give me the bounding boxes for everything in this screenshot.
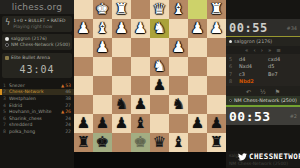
square[interactable]: ♜	[74, 133, 93, 152]
nav-last-icon[interactable]: »	[268, 47, 271, 53]
square[interactable]	[131, 76, 150, 95]
white-move[interactable]: Nxd4	[239, 63, 268, 69]
standings-score: 53	[65, 83, 71, 88]
chess-board[interactable]: ♚♜♛♝♜♟♝♟♟♞♟♟♟♟♞♟♞♟♞♟♟♟♝♟♟♜♚♚♛♝♜	[74, 0, 226, 152]
square[interactable]: ♞	[112, 95, 131, 114]
player-color-icon	[229, 99, 232, 102]
square[interactable]	[93, 76, 112, 95]
sidebar: lichess.org ϟ 1+0 • BULLET • RATED Playi…	[0, 0, 74, 168]
square[interactable]: ♚	[131, 133, 150, 152]
streak-fire-icon: ▲	[61, 83, 64, 88]
black-pawn[interactable]: ♟	[207, 114, 226, 133]
standings-row[interactable]: 4Eldrid27	[0, 102, 74, 109]
tournament-box: Elite Bullet Arena 43:04	[2, 53, 72, 78]
standings-row[interactable]: 2Chess-Network46	[0, 89, 74, 96]
square[interactable]	[169, 19, 188, 38]
square[interactable]: ♟	[112, 19, 131, 38]
white-pawn[interactable]: ♟	[188, 19, 207, 38]
player-clock: 00:53 #2	[226, 107, 300, 125]
square[interactable]	[131, 57, 150, 76]
square[interactable]: ♛	[150, 0, 169, 19]
black-pawn[interactable]: ♟	[112, 114, 131, 133]
tournament-standings: 1Snezer▲532Chess-Network463Westphalen384…	[0, 82, 74, 135]
square[interactable]: ♟	[74, 114, 93, 133]
trophy-icon	[5, 56, 9, 60]
standings-name: Hovhann_in_White	[9, 109, 61, 114]
square[interactable]	[188, 0, 207, 19]
square[interactable]: ♜	[207, 133, 226, 152]
white-pawn[interactable]: ♟	[74, 19, 93, 38]
game-info-box: ϟ 1+0 • BULLET • RATED Playing right now	[2, 16, 72, 32]
under-board-strip	[74, 152, 226, 168]
move-row[interactable]: 8Nbd2	[226, 78, 300, 86]
square[interactable]	[150, 38, 169, 57]
black-player-name[interactable]: NM Chess-Network (2500)	[11, 42, 70, 48]
move-row[interactable]: 6Nxd4d5	[226, 63, 300, 71]
white-bishop[interactable]: ♝	[93, 19, 112, 38]
square[interactable]: ♛	[150, 133, 169, 152]
tournament-countdown: 43:04	[5, 64, 69, 75]
move-list[interactable]: 5d4cxd46Nxd4d57c3Be78Nbd2	[226, 54, 300, 86]
square[interactable]: ♟	[188, 19, 207, 38]
nav-next-icon[interactable]: ›	[261, 47, 263, 53]
takeback-icon[interactable]: ↶	[246, 88, 251, 95]
square[interactable]	[188, 38, 207, 57]
black-knight[interactable]: ♞	[112, 95, 131, 114]
square[interactable]: ♜	[112, 0, 131, 19]
standings-score: 22	[65, 129, 71, 134]
move-row[interactable]: 5d4cxd4	[226, 55, 300, 63]
square[interactable]: ♞	[169, 95, 188, 114]
square[interactable]	[188, 57, 207, 76]
square[interactable]	[169, 114, 188, 133]
standings-name: shredderd	[9, 122, 65, 127]
white-bishop[interactable]: ♝	[169, 0, 188, 19]
black-bishop[interactable]: ♝	[131, 114, 150, 133]
white-move[interactable]: Nbd2	[239, 78, 268, 84]
black-move[interactable]: cxd4	[268, 56, 297, 62]
square[interactable]	[188, 95, 207, 114]
white-move[interactable]: c3	[239, 71, 268, 77]
white-pawn[interactable]: ♟	[93, 38, 112, 57]
tournament-link[interactable]: Elite Bullet Arena	[5, 55, 69, 60]
standings-row[interactable]: 6Sharink_chess24	[0, 115, 74, 122]
standings-row[interactable]: 8polka_hong22	[0, 128, 74, 135]
game-status: Playing right now	[13, 24, 65, 30]
standings-score: 24	[65, 122, 71, 127]
black-pawn[interactable]: ♟	[188, 114, 207, 133]
white-rook[interactable]: ♜	[112, 0, 131, 19]
standings-score: 24	[65, 116, 71, 121]
square[interactable]: ♝	[169, 133, 188, 152]
square[interactable]: ♟	[207, 114, 226, 133]
standings-row[interactable]: 3Westphalen38	[0, 95, 74, 102]
standings-score: 27	[65, 103, 71, 108]
tournament-name[interactable]: Elite Bullet Arena	[11, 55, 50, 60]
square[interactable]: ♟	[74, 19, 93, 38]
move-nav-buttons: «‹›»≡	[226, 46, 300, 54]
square[interactable]	[207, 38, 226, 57]
square[interactable]: ♝	[169, 0, 188, 19]
square[interactable]	[112, 76, 131, 95]
opponent-tournament-rank: #34	[286, 25, 297, 31]
player-names-box: salggron (2176) NM Chess-Network (2500)	[2, 34, 72, 50]
black-pawn[interactable]: ♟	[74, 114, 93, 133]
square[interactable]	[150, 114, 169, 133]
black-king[interactable]: ♚	[93, 133, 112, 152]
white-rook[interactable]: ♜	[207, 0, 226, 19]
square[interactable]: ♟	[207, 19, 226, 38]
square[interactable]	[74, 76, 93, 95]
player-name[interactable]: NM Chess-Network (2500)	[234, 98, 297, 103]
standings-name: Snezer	[9, 83, 61, 88]
resign-flag-icon[interactable]: ⚑	[275, 88, 280, 95]
square[interactable]: ♟	[188, 114, 207, 133]
standings-score: 46	[65, 89, 71, 94]
black-bishop[interactable]: ♝	[169, 133, 188, 152]
standings-score: 38	[65, 96, 71, 101]
white-pawn[interactable]: ♟	[112, 19, 131, 38]
draw-offer-icon[interactable]: ½	[260, 88, 266, 95]
standings-name: Sharink_chess	[9, 116, 65, 121]
player-name-bar[interactable]: NM Chess-Network (2500)	[226, 96, 300, 105]
black-player-row[interactable]: NM Chess-Network (2500)	[5, 42, 69, 48]
white-knight[interactable]: ♞	[150, 57, 169, 76]
square[interactable]	[188, 76, 207, 95]
board-menu-icon[interactable]: ≡	[276, 47, 281, 53]
square[interactable]: ♚	[93, 133, 112, 152]
standings-row[interactable]: 5Hovhann_in_White▲26	[0, 108, 74, 115]
black-pawn[interactable]: ♟	[131, 95, 150, 114]
white-color-icon	[5, 37, 9, 41]
game-action-buttons: ↶½⚑	[226, 86, 300, 96]
square[interactable]	[112, 57, 131, 76]
opponent-name[interactable]: salggron (2176)	[234, 39, 272, 44]
square[interactable]: ♟	[150, 76, 169, 95]
square[interactable]	[131, 38, 150, 57]
square[interactable]: ♟	[169, 38, 188, 57]
black-move[interactable]: Be7	[268, 71, 297, 77]
square[interactable]: ♟	[131, 95, 150, 114]
black-pawn[interactable]: ♟	[150, 76, 169, 95]
square[interactable]	[74, 0, 93, 19]
game-panel: 00:55 #34 salggron (2176) «‹›»≡ 5d4cxd46…	[226, 0, 300, 168]
move-number: 7	[229, 71, 239, 77]
move-number: 6	[229, 63, 239, 69]
square[interactable]: ♞	[150, 19, 169, 38]
standings-name: Eldrid	[9, 103, 65, 108]
square[interactable]: ♟	[93, 114, 112, 133]
black-knight[interactable]: ♞	[169, 95, 188, 114]
square[interactable]: ♟	[93, 38, 112, 57]
square[interactable]	[150, 95, 169, 114]
channel-name: CHESSNETWORK	[249, 152, 300, 161]
nav-first-icon[interactable]: «	[245, 47, 248, 53]
black-king-ghost[interactable]: ♚	[131, 133, 150, 152]
square[interactable]	[188, 133, 207, 152]
square[interactable]	[112, 38, 131, 57]
opponent-clock-time: 00:55	[229, 21, 268, 35]
square[interactable]	[131, 0, 150, 19]
move-row[interactable]: 7c3Be7	[226, 70, 300, 78]
square[interactable]	[169, 57, 188, 76]
square[interactable]: ♚	[93, 0, 112, 19]
twitter-icon	[238, 153, 247, 161]
black-rook[interactable]: ♜	[207, 133, 226, 152]
opponent-color-icon	[229, 40, 232, 43]
square[interactable]: ♟	[112, 114, 131, 133]
white-knight[interactable]: ♞	[150, 19, 169, 38]
square[interactable]: ♝	[131, 114, 150, 133]
standings-score: 26	[65, 109, 71, 114]
square[interactable]	[93, 95, 112, 114]
player-clock-time: 00:53	[229, 109, 271, 124]
white-queen[interactable]: ♛	[150, 0, 169, 19]
opponent-clock: 00:55 #34	[226, 19, 300, 36]
standings-row[interactable]: 7shredderd24	[0, 122, 74, 129]
black-move[interactable]: d5	[268, 63, 297, 69]
square[interactable]	[207, 76, 226, 95]
square[interactable]	[207, 57, 226, 76]
square[interactable]: ♞	[150, 57, 169, 76]
square[interactable]	[169, 76, 188, 95]
square[interactable]: ♜	[207, 0, 226, 19]
white-pawn[interactable]: ♟	[131, 19, 150, 38]
black-pawn[interactable]: ♟	[93, 114, 112, 133]
standings-name: polka_hong	[9, 129, 65, 134]
square[interactable]	[74, 95, 93, 114]
standings-name: Westphalen	[9, 96, 65, 101]
square[interactable]: ♟	[131, 19, 150, 38]
square[interactable]	[112, 133, 131, 152]
square[interactable]	[207, 95, 226, 114]
black-color-icon	[5, 43, 9, 47]
standings-name: Chess-Network	[9, 89, 65, 94]
player-tournament-rank: #2	[290, 113, 297, 119]
standings-row[interactable]: 1Snezer▲53	[0, 82, 74, 89]
white-move[interactable]: d4	[239, 56, 268, 62]
black-queen[interactable]: ♛	[150, 133, 169, 152]
move-number: 5	[229, 56, 239, 62]
streak-fire-icon: ▲	[61, 109, 64, 114]
white-pawn[interactable]: ♟	[169, 38, 188, 57]
bullet-lightning-icon: ϟ	[5, 18, 10, 30]
move-number: 8	[229, 78, 239, 84]
square[interactable]	[93, 57, 112, 76]
square[interactable]	[74, 57, 93, 76]
opponent-name-bar[interactable]: salggron (2176)	[226, 37, 300, 46]
white-pawn[interactable]: ♟	[207, 19, 226, 38]
site-title[interactable]: lichess.org	[0, 0, 74, 14]
black-rook[interactable]: ♜	[74, 133, 93, 152]
nav-prev-icon[interactable]: ‹	[253, 47, 255, 53]
square[interactable]: ♝	[93, 19, 112, 38]
white-king[interactable]: ♚	[93, 0, 112, 19]
channel-watermark: CHESSNETWORK	[238, 152, 300, 161]
square[interactable]	[74, 38, 93, 57]
